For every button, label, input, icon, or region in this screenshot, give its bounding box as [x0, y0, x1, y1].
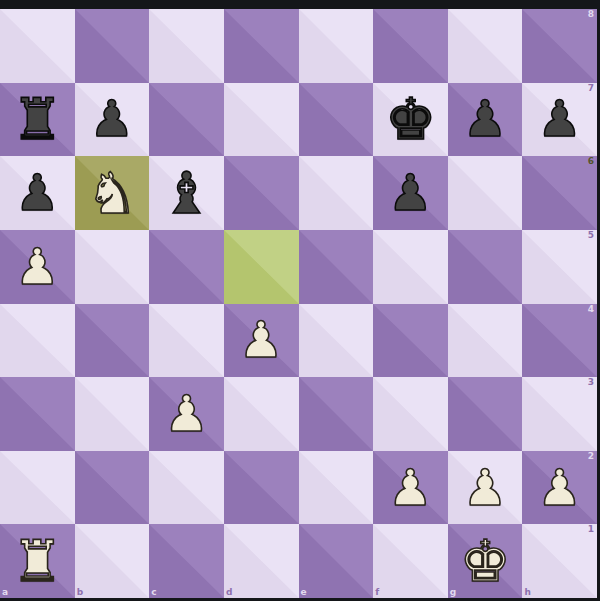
- square-b8[interactable]: [75, 9, 150, 83]
- square-d7[interactable]: [224, 83, 299, 157]
- square-c5[interactable]: [149, 230, 224, 304]
- file-label-f: f: [375, 588, 379, 597]
- square-h4[interactable]: 4: [522, 304, 597, 378]
- square-d8[interactable]: [224, 9, 299, 83]
- rank-label-3: 3: [588, 378, 594, 387]
- piece-white-pawn[interactable]: ♟: [224, 304, 299, 378]
- rank-label-5: 5: [588, 231, 594, 240]
- square-e1[interactable]: e: [299, 524, 374, 598]
- square-c2[interactable]: [149, 451, 224, 525]
- square-d4[interactable]: ♟: [224, 304, 299, 378]
- file-label-d: d: [226, 588, 232, 597]
- square-f2[interactable]: ♟: [373, 451, 448, 525]
- piece-white-rook[interactable]: ♜: [0, 524, 75, 598]
- square-d6[interactable]: [224, 156, 299, 230]
- page-background: 8♜♟♚♟♟7♟♞♝♟6♟5♟4♟3♟♟♟2♜abcdef♚g1h: [0, 0, 600, 601]
- square-a3[interactable]: [0, 377, 75, 451]
- square-d3[interactable]: [224, 377, 299, 451]
- square-c4[interactable]: [149, 304, 224, 378]
- square-f1[interactable]: f: [373, 524, 448, 598]
- square-g1[interactable]: ♚g: [448, 524, 523, 598]
- square-b7[interactable]: ♟: [75, 83, 150, 157]
- square-h7[interactable]: ♟7: [522, 83, 597, 157]
- piece-white-pawn[interactable]: ♟: [522, 451, 597, 525]
- square-a1[interactable]: ♜a: [0, 524, 75, 598]
- square-c8[interactable]: [149, 9, 224, 83]
- piece-white-pawn[interactable]: ♟: [373, 451, 448, 525]
- chess-board: 8♜♟♚♟♟7♟♞♝♟6♟5♟4♟3♟♟♟2♜abcdef♚g1h: [0, 9, 597, 598]
- piece-black-pawn[interactable]: ♟: [522, 83, 597, 157]
- square-d5[interactable]: [224, 230, 299, 304]
- square-a2[interactable]: [0, 451, 75, 525]
- piece-white-pawn[interactable]: ♟: [448, 451, 523, 525]
- square-e4[interactable]: [299, 304, 374, 378]
- square-h2[interactable]: ♟2: [522, 451, 597, 525]
- piece-white-king[interactable]: ♚: [448, 524, 523, 598]
- square-f8[interactable]: [373, 9, 448, 83]
- square-e8[interactable]: [299, 9, 374, 83]
- rank-label-1: 1: [588, 525, 594, 534]
- square-h1[interactable]: 1h: [522, 524, 597, 598]
- file-label-h: h: [524, 588, 530, 597]
- square-g6[interactable]: [448, 156, 523, 230]
- piece-white-pawn[interactable]: ♟: [149, 377, 224, 451]
- square-g8[interactable]: [448, 9, 523, 83]
- square-e7[interactable]: [299, 83, 374, 157]
- rank-label-8: 8: [588, 10, 594, 19]
- piece-black-bishop[interactable]: ♝: [149, 156, 224, 230]
- square-d1[interactable]: d: [224, 524, 299, 598]
- square-a7[interactable]: ♜: [0, 83, 75, 157]
- square-h6[interactable]: 6: [522, 156, 597, 230]
- file-label-e: e: [301, 588, 307, 597]
- square-b2[interactable]: [75, 451, 150, 525]
- square-b3[interactable]: [75, 377, 150, 451]
- piece-black-pawn[interactable]: ♟: [0, 156, 75, 230]
- square-c1[interactable]: c: [149, 524, 224, 598]
- square-g5[interactable]: [448, 230, 523, 304]
- square-b5[interactable]: [75, 230, 150, 304]
- square-c6[interactable]: ♝: [149, 156, 224, 230]
- piece-black-pawn[interactable]: ♟: [75, 83, 150, 157]
- square-e3[interactable]: [299, 377, 374, 451]
- piece-white-pawn[interactable]: ♟: [0, 230, 75, 304]
- square-a5[interactable]: ♟: [0, 230, 75, 304]
- square-d2[interactable]: [224, 451, 299, 525]
- square-b4[interactable]: [75, 304, 150, 378]
- rank-label-4: 4: [588, 305, 594, 314]
- square-f7[interactable]: ♚: [373, 83, 448, 157]
- square-a6[interactable]: ♟: [0, 156, 75, 230]
- square-e5[interactable]: [299, 230, 374, 304]
- square-b6[interactable]: ♞: [75, 156, 150, 230]
- square-c3[interactable]: ♟: [149, 377, 224, 451]
- file-label-b: b: [77, 588, 83, 597]
- rank-label-6: 6: [588, 157, 594, 166]
- square-g3[interactable]: [448, 377, 523, 451]
- file-label-c: c: [151, 588, 156, 597]
- piece-black-king[interactable]: ♚: [373, 83, 448, 157]
- piece-black-rook[interactable]: ♜: [0, 83, 75, 157]
- square-a4[interactable]: [0, 304, 75, 378]
- square-g2[interactable]: ♟: [448, 451, 523, 525]
- square-f6[interactable]: ♟: [373, 156, 448, 230]
- square-h3[interactable]: 3: [522, 377, 597, 451]
- piece-white-knight[interactable]: ♞: [75, 156, 150, 230]
- square-f5[interactable]: [373, 230, 448, 304]
- piece-black-pawn[interactable]: ♟: [448, 83, 523, 157]
- square-f4[interactable]: [373, 304, 448, 378]
- square-a8[interactable]: [0, 9, 75, 83]
- square-g7[interactable]: ♟: [448, 83, 523, 157]
- square-h5[interactable]: 5: [522, 230, 597, 304]
- square-e2[interactable]: [299, 451, 374, 525]
- square-b1[interactable]: b: [75, 524, 150, 598]
- square-f3[interactable]: [373, 377, 448, 451]
- piece-black-pawn[interactable]: ♟: [373, 156, 448, 230]
- square-e6[interactable]: [299, 156, 374, 230]
- square-h8[interactable]: 8: [522, 9, 597, 83]
- square-c7[interactable]: [149, 83, 224, 157]
- square-g4[interactable]: [448, 304, 523, 378]
